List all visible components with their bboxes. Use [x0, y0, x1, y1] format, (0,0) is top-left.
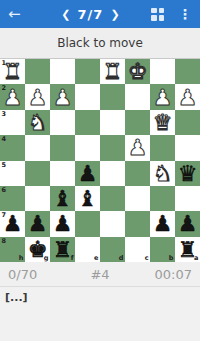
overflow-menu-icon[interactable]: ⋮: [178, 6, 192, 22]
side-to-move-banner: Black to move: [0, 28, 200, 59]
square-c7[interactable]: [125, 211, 150, 236]
moves-placeholder: [...]: [5, 291, 28, 304]
square-d8[interactable]: d: [100, 237, 125, 262]
app-bar: ← ❮ 7/7 ❯ ⋮: [0, 0, 200, 28]
black-pawn-a7[interactable]: ♟: [178, 211, 198, 236]
square-d4[interactable]: [100, 135, 125, 160]
square-g6[interactable]: [25, 186, 50, 211]
side-to-move-text: Black to move: [57, 36, 143, 50]
square-g2[interactable]: ♟: [25, 84, 50, 109]
square-b5[interactable]: ♞: [150, 161, 175, 186]
square-c2[interactable]: [125, 84, 150, 109]
square-e6[interactable]: ♝: [75, 186, 100, 211]
square-e5[interactable]: ♟: [75, 161, 100, 186]
square-b3[interactable]: ♛: [150, 110, 175, 135]
square-h2[interactable]: 2♟: [0, 84, 25, 109]
square-b8[interactable]: b: [150, 237, 175, 262]
white-knight-g3[interactable]: ♞: [28, 110, 48, 135]
square-c3[interactable]: [125, 110, 150, 135]
rank-label-4: 4: [2, 136, 7, 143]
next-puzzle-icon[interactable]: ❯: [110, 8, 119, 21]
square-e2[interactable]: [75, 84, 100, 109]
square-h3[interactable]: 3: [0, 110, 25, 135]
rank-label-7: 7: [2, 212, 7, 219]
square-a1[interactable]: [175, 59, 200, 84]
square-e1[interactable]: [75, 59, 100, 84]
square-f8[interactable]: f♜: [50, 237, 75, 262]
white-pawn-a2[interactable]: ♟: [178, 85, 198, 110]
square-d7[interactable]: [100, 211, 125, 236]
file-label-h: h: [19, 255, 24, 262]
square-f4[interactable]: [50, 135, 75, 160]
square-f2[interactable]: ♟: [50, 84, 75, 109]
black-pawn-b7[interactable]: ♟: [153, 211, 173, 236]
square-b1[interactable]: [150, 59, 175, 84]
black-bishop-e6[interactable]: ♝: [78, 186, 98, 211]
square-g5[interactable]: [25, 161, 50, 186]
square-h7[interactable]: 7♟: [0, 211, 25, 236]
square-g7[interactable]: ♟: [25, 211, 50, 236]
square-e3[interactable]: [75, 110, 100, 135]
prev-puzzle-icon[interactable]: ❮: [61, 8, 70, 21]
file-label-c: c: [145, 255, 149, 262]
rank-label-1: 1: [2, 60, 7, 67]
square-f5[interactable]: [50, 161, 75, 186]
file-label-b: b: [169, 255, 174, 262]
square-a6[interactable]: [175, 186, 200, 211]
puzzle-navigation: ❮ 7/7 ❯: [30, 7, 151, 22]
square-f1[interactable]: [50, 59, 75, 84]
square-c4[interactable]: ♟: [125, 135, 150, 160]
puzzle-counter: 7/7: [78, 7, 104, 22]
chess-board[interactable]: 1♜♜♚2♟♟♟♟♟3♞♛4♟5♟♞♛6♝♝7♟♟♟♟♟8hg♚f♜edcba♜: [0, 59, 200, 262]
square-a3[interactable]: [175, 110, 200, 135]
square-b7[interactable]: ♟: [150, 211, 175, 236]
square-h4[interactable]: 4: [0, 135, 25, 160]
rank-label-5: 5: [2, 162, 7, 169]
square-b6[interactable]: [150, 186, 175, 211]
file-label-e: e: [94, 255, 98, 262]
white-pawn-c4[interactable]: ♟: [128, 135, 148, 160]
square-b2[interactable]: ♟: [150, 84, 175, 109]
black-bishop-f6[interactable]: ♝: [53, 186, 73, 211]
square-e7[interactable]: [75, 211, 100, 236]
black-rook-f8[interactable]: ♜: [53, 237, 73, 262]
black-pawn-e5[interactable]: ♟: [78, 161, 98, 186]
square-a4[interactable]: [175, 135, 200, 160]
square-d3[interactable]: [100, 110, 125, 135]
square-e8[interactable]: e: [75, 237, 100, 262]
square-f3[interactable]: [50, 110, 75, 135]
white-king-c1[interactable]: ♚: [128, 59, 148, 84]
square-d6[interactable]: [100, 186, 125, 211]
square-g4[interactable]: [25, 135, 50, 160]
score-counter: 0/70: [8, 267, 37, 282]
square-c6[interactable]: [125, 186, 150, 211]
square-f6[interactable]: ♝: [50, 186, 75, 211]
square-h5[interactable]: 5: [0, 161, 25, 186]
white-pawn-f2[interactable]: ♟: [53, 85, 73, 110]
black-queen-a5[interactable]: ♛: [178, 161, 198, 186]
file-label-a: a: [194, 255, 198, 262]
moves-panel[interactable]: [...]: [0, 287, 200, 341]
square-c8[interactable]: c: [125, 237, 150, 262]
black-pawn-g7[interactable]: ♟: [28, 211, 48, 236]
file-label-f: f: [71, 255, 74, 262]
square-a5[interactable]: ♛: [175, 161, 200, 186]
square-g3[interactable]: ♞: [25, 110, 50, 135]
square-c1[interactable]: ♚: [125, 59, 150, 84]
square-f7[interactable]: ♟: [50, 211, 75, 236]
square-e4[interactable]: [75, 135, 100, 160]
status-bar: 0/70 #4 00:07: [0, 262, 200, 287]
rank-label-6: 6: [2, 187, 7, 194]
square-d2[interactable]: [100, 84, 125, 109]
square-h6[interactable]: 6: [0, 186, 25, 211]
square-d5[interactable]: [100, 161, 125, 186]
square-g1[interactable]: [25, 59, 50, 84]
square-c5[interactable]: [125, 161, 150, 186]
square-d1[interactable]: ♜: [100, 59, 125, 84]
rank-label-3: 3: [2, 111, 7, 118]
white-rook-d1[interactable]: ♜: [103, 59, 123, 84]
grid-view-icon[interactable]: [151, 8, 164, 21]
black-pawn-f7[interactable]: ♟: [53, 211, 73, 236]
square-g8[interactable]: g♚: [25, 237, 50, 262]
square-h8[interactable]: 8h: [0, 237, 25, 262]
timer: 00:07: [155, 267, 192, 282]
square-a7[interactable]: ♟: [175, 211, 200, 236]
square-a2[interactable]: ♟: [175, 84, 200, 109]
back-icon[interactable]: ←: [8, 5, 30, 23]
white-knight-b5[interactable]: ♞: [153, 161, 173, 186]
square-h1[interactable]: 1♜: [0, 59, 25, 84]
rank-label-2: 2: [2, 85, 7, 92]
file-label-d: d: [119, 255, 124, 262]
white-pawn-g2[interactable]: ♟: [28, 85, 48, 110]
file-label-g: g: [44, 255, 49, 262]
rank-label-8: 8: [2, 238, 7, 245]
square-b4[interactable]: [150, 135, 175, 160]
square-a8[interactable]: a♜: [175, 237, 200, 262]
white-pawn-b2[interactable]: ♟: [153, 85, 173, 110]
white-queen-b3[interactable]: ♛: [153, 110, 173, 135]
